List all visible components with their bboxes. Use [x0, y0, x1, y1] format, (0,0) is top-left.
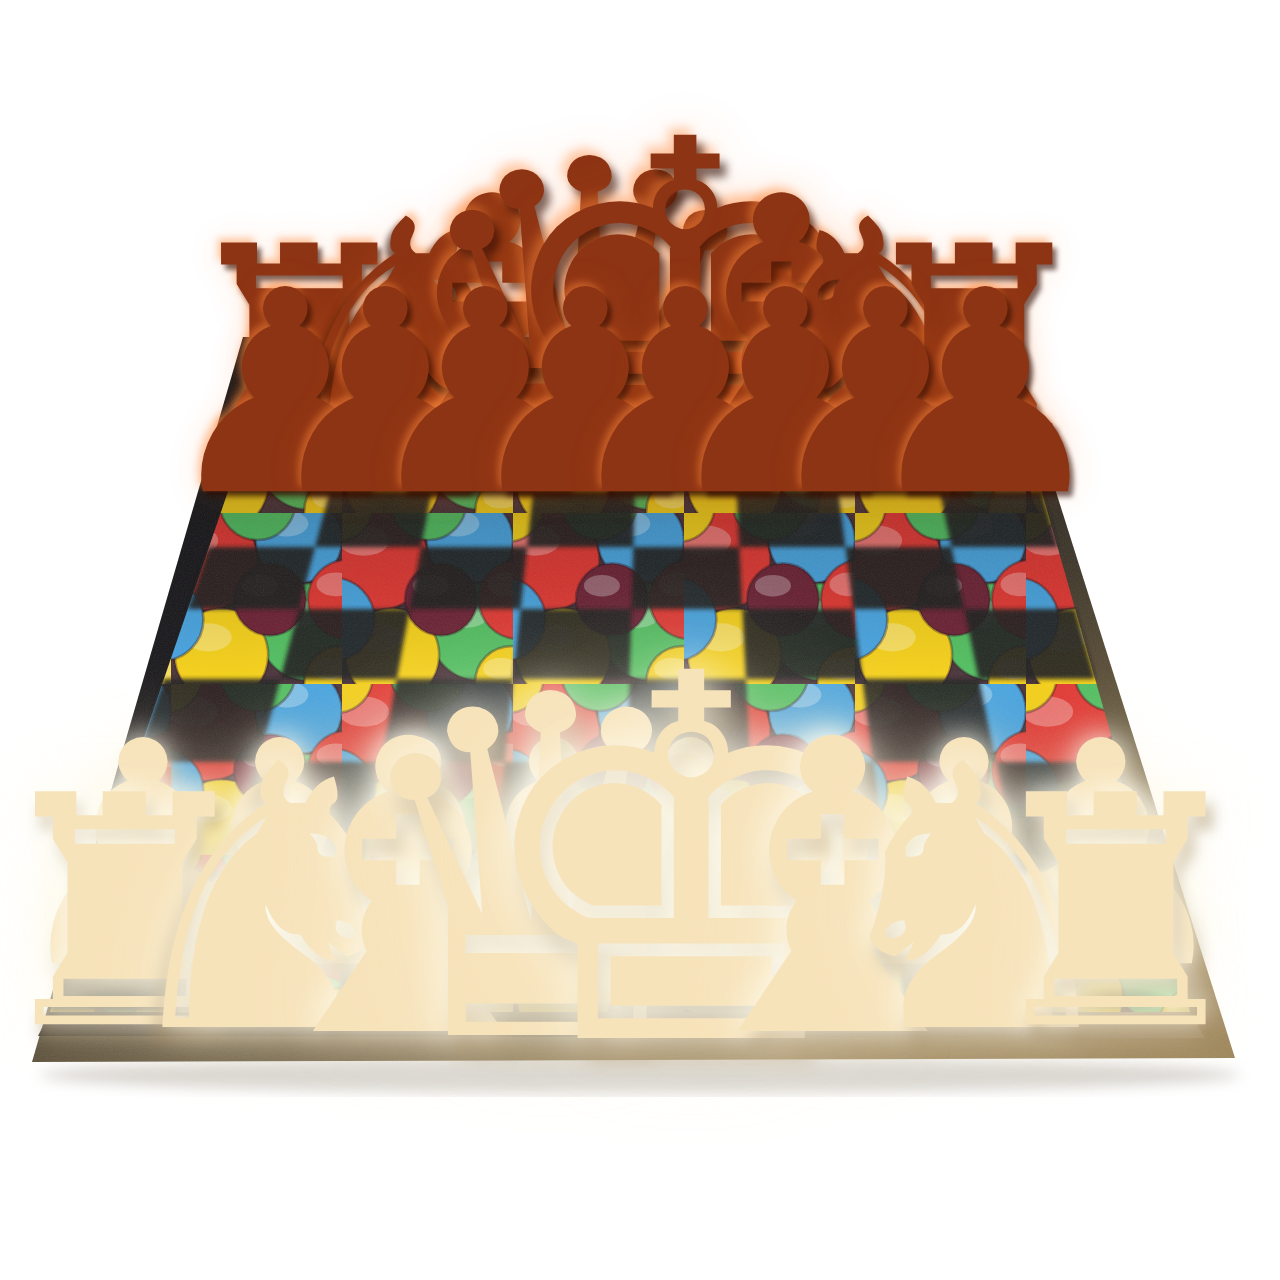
photo-scene: ♜♞♝♛♚♝♞♜♟♟♟♟♟♟♟♟♟♟♟♟♟♟♟♟♜♞♝♛♚♝♞♜: [0, 0, 1280, 1280]
piece-black-pawn-h7[interactable]: ♟: [860, 254, 1112, 535]
pieces-layer: ♜♞♝♛♚♝♞♜♟♟♟♟♟♟♟♟♟♟♟♟♟♟♟♟♜♞♝♛♚♝♞♜: [0, 0, 1280, 1280]
piece-white-rook-h1[interactable]: ♜: [973, 754, 1259, 1073]
